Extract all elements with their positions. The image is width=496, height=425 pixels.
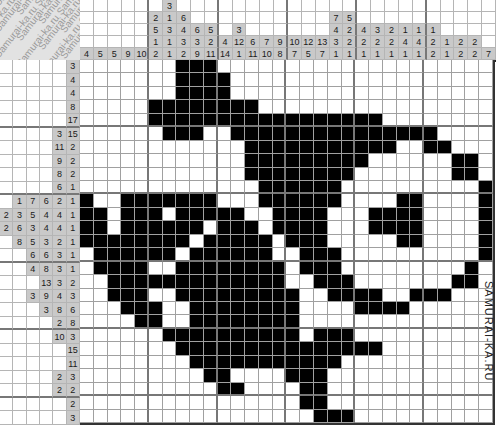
grid-cell[interactable] [286,396,300,409]
grid-cell[interactable] [383,302,397,315]
grid-cell[interactable] [342,329,356,342]
grid-cell[interactable] [190,168,204,181]
grid-cell[interactable] [479,154,493,167]
grid-cell[interactable] [149,396,163,409]
grid-cell[interactable] [300,342,314,355]
grid-cell[interactable] [273,73,287,86]
grid-cell[interactable] [424,73,438,86]
grid-cell[interactable] [204,114,218,127]
grid-cell[interactable] [300,221,314,234]
grid-cell[interactable] [259,235,273,248]
grid-cell[interactable] [369,73,383,86]
grid-cell[interactable] [410,289,424,302]
grid-cell[interactable] [231,289,245,302]
grid-cell[interactable] [369,383,383,396]
grid-cell[interactable] [273,342,287,355]
grid-cell[interactable] [383,141,397,154]
grid-cell[interactable] [108,329,122,342]
grid-cell[interactable] [314,383,328,396]
grid-cell[interactable] [218,342,232,355]
grid-cell[interactable] [108,302,122,315]
grid-cell[interactable] [397,329,411,342]
grid-cell[interactable] [479,141,493,154]
grid-cell[interactable] [259,302,273,315]
grid-cell[interactable] [121,289,135,302]
grid-cell[interactable] [163,289,177,302]
grid-cell[interactable] [479,127,493,140]
grid-cell[interactable] [204,181,218,194]
grid-cell[interactable] [465,410,479,423]
grid-cell[interactable] [231,208,245,221]
grid-cell[interactable] [314,100,328,113]
grid-cell[interactable] [135,248,149,261]
grid-cell[interactable] [218,73,232,86]
grid-cell[interactable] [176,141,190,154]
grid-cell[interactable] [397,100,411,113]
grid-cell[interactable] [300,127,314,140]
grid-cell[interactable] [94,289,108,302]
grid-cell[interactable] [342,154,356,167]
grid-cell[interactable] [397,87,411,100]
grid-cell[interactable] [149,208,163,221]
grid-cell[interactable] [328,396,342,409]
grid-cell[interactable] [300,356,314,369]
grid-cell[interactable] [108,221,122,234]
grid-cell[interactable] [383,114,397,127]
grid-cell[interactable] [231,383,245,396]
grid-cell[interactable] [135,329,149,342]
grid-cell[interactable] [452,235,466,248]
grid-cell[interactable] [108,114,122,127]
grid-cell[interactable] [410,114,424,127]
grid-cell[interactable] [355,383,369,396]
grid-cell[interactable] [94,262,108,275]
grid-cell[interactable] [355,356,369,369]
grid-cell[interactable] [121,127,135,140]
grid-cell[interactable] [273,100,287,113]
grid-cell[interactable] [424,87,438,100]
grid-cell[interactable] [163,100,177,113]
grid-cell[interactable] [80,60,94,73]
grid-cell[interactable] [286,154,300,167]
grid-cell[interactable] [204,100,218,113]
grid-cell[interactable] [342,262,356,275]
grid-cell[interactable] [314,248,328,261]
grid-cell[interactable] [452,410,466,423]
grid-cell[interactable] [94,410,108,423]
grid-cell[interactable] [259,154,273,167]
grid-cell[interactable] [369,181,383,194]
grid-cell[interactable] [355,221,369,234]
grid-cell[interactable] [259,60,273,73]
grid-cell[interactable] [383,127,397,140]
grid-cell[interactable] [286,60,300,73]
grid-cell[interactable] [108,383,122,396]
grid-cell[interactable] [286,275,300,288]
grid-cell[interactable] [355,208,369,221]
grid-cell[interactable] [121,329,135,342]
grid-cell[interactable] [163,396,177,409]
grid-cell[interactable] [300,194,314,207]
grid-cell[interactable] [176,315,190,328]
grid-cell[interactable] [121,235,135,248]
grid-cell[interactable] [438,168,452,181]
grid-cell[interactable] [176,208,190,221]
grid-cell[interactable] [190,194,204,207]
grid-cell[interactable] [135,181,149,194]
grid-cell[interactable] [273,410,287,423]
grid-cell[interactable] [465,235,479,248]
grid-cell[interactable] [300,329,314,342]
grid-cell[interactable] [190,396,204,409]
grid-cell[interactable] [259,127,273,140]
grid-cell[interactable] [286,100,300,113]
grid-cell[interactable] [94,396,108,409]
grid-cell[interactable] [204,396,218,409]
grid-cell[interactable] [163,127,177,140]
grid-cell[interactable] [479,410,493,423]
grid-cell[interactable] [218,410,232,423]
grid-cell[interactable] [80,329,94,342]
grid-cell[interactable] [190,87,204,100]
grid-cell[interactable] [314,342,328,355]
grid-cell[interactable] [190,289,204,302]
grid-cell[interactable] [410,329,424,342]
grid-cell[interactable] [135,275,149,288]
grid-cell[interactable] [286,221,300,234]
grid-cell[interactable] [452,315,466,328]
grid-cell[interactable] [259,369,273,382]
grid-cell[interactable] [314,114,328,127]
grid-cell[interactable] [204,248,218,261]
grid-cell[interactable] [218,87,232,100]
grid-cell[interactable] [94,356,108,369]
grid-cell[interactable] [218,302,232,315]
grid-cell[interactable] [259,275,273,288]
grid-cell[interactable] [369,410,383,423]
grid-cell[interactable] [342,141,356,154]
grid-cell[interactable] [424,289,438,302]
grid-cell[interactable] [355,315,369,328]
grid-cell[interactable] [314,262,328,275]
grid-cell[interactable] [149,410,163,423]
grid-cell[interactable] [204,141,218,154]
grid-cell[interactable] [342,315,356,328]
grid-cell[interactable] [452,181,466,194]
grid-cell[interactable] [383,168,397,181]
grid-cell[interactable] [410,73,424,86]
grid-cell[interactable] [176,168,190,181]
grid-cell[interactable] [135,127,149,140]
grid-cell[interactable] [176,194,190,207]
grid-cell[interactable] [342,275,356,288]
grid-cell[interactable] [218,369,232,382]
grid-cell[interactable] [355,369,369,382]
grid-cell[interactable] [342,208,356,221]
grid-cell[interactable] [369,221,383,234]
grid-cell[interactable] [204,262,218,275]
grid-cell[interactable] [383,248,397,261]
grid-cell[interactable] [465,275,479,288]
grid-cell[interactable] [245,410,259,423]
grid-cell[interactable] [245,114,259,127]
grid-cell[interactable] [383,369,397,382]
grid-cell[interactable] [94,100,108,113]
grid-cell[interactable] [108,194,122,207]
grid-cell[interactable] [204,154,218,167]
grid-cell[interactable] [190,356,204,369]
grid-cell[interactable] [397,356,411,369]
grid-cell[interactable] [121,410,135,423]
grid-cell[interactable] [355,114,369,127]
grid-cell[interactable] [259,289,273,302]
grid-cell[interactable] [465,396,479,409]
grid-cell[interactable] [465,154,479,167]
grid-cell[interactable] [149,60,163,73]
grid-cell[interactable] [369,342,383,355]
grid-cell[interactable] [286,127,300,140]
grid-cell[interactable] [94,60,108,73]
grid-cell[interactable] [204,221,218,234]
grid-cell[interactable] [452,127,466,140]
grid-cell[interactable] [369,127,383,140]
grid-cell[interactable] [163,114,177,127]
grid-cell[interactable] [259,329,273,342]
grid-cell[interactable] [80,369,94,382]
grid-cell[interactable] [94,248,108,261]
grid-cell[interactable] [135,87,149,100]
grid-cell[interactable] [94,342,108,355]
grid-cell[interactable] [259,410,273,423]
grid-cell[interactable] [176,383,190,396]
grid-cell[interactable] [452,168,466,181]
grid-cell[interactable] [163,342,177,355]
grid-cell[interactable] [424,275,438,288]
grid-cell[interactable] [135,100,149,113]
grid-cell[interactable] [273,60,287,73]
grid-cell[interactable] [314,141,328,154]
grid-cell[interactable] [176,396,190,409]
grid-cell[interactable] [424,262,438,275]
grid-cell[interactable] [286,356,300,369]
grid-cell[interactable] [286,329,300,342]
grid-cell[interactable] [80,221,94,234]
grid-cell[interactable] [135,396,149,409]
grid-cell[interactable] [479,208,493,221]
grid-cell[interactable] [163,221,177,234]
grid-cell[interactable] [80,262,94,275]
grid-cell[interactable] [259,396,273,409]
grid-cell[interactable] [328,221,342,234]
grid-cell[interactable] [163,262,177,275]
grid-cell[interactable] [383,100,397,113]
grid-cell[interactable] [190,275,204,288]
grid-cell[interactable] [424,369,438,382]
grid-cell[interactable] [108,154,122,167]
grid-cell[interactable] [231,181,245,194]
grid-cell[interactable] [397,127,411,140]
grid-cell[interactable] [94,181,108,194]
grid-cell[interactable] [383,73,397,86]
grid-cell[interactable] [424,396,438,409]
grid-cell[interactable] [176,248,190,261]
grid-cell[interactable] [94,315,108,328]
grid-cell[interactable] [204,315,218,328]
grid-cell[interactable] [369,114,383,127]
grid-cell[interactable] [286,194,300,207]
grid-cell[interactable] [438,275,452,288]
grid-cell[interactable] [314,73,328,86]
grid-cell[interactable] [259,342,273,355]
grid-cell[interactable] [300,100,314,113]
grid-cell[interactable] [135,168,149,181]
grid-cell[interactable] [245,235,259,248]
grid-cell[interactable] [410,208,424,221]
grid-cell[interactable] [300,369,314,382]
grid-cell[interactable] [465,127,479,140]
grid-cell[interactable] [94,73,108,86]
grid-cell[interactable] [273,302,287,315]
grid-cell[interactable] [465,342,479,355]
grid-cell[interactable] [190,342,204,355]
grid-cell[interactable] [369,262,383,275]
grid-cell[interactable] [149,127,163,140]
grid-cell[interactable] [328,87,342,100]
grid-cell[interactable] [286,410,300,423]
grid-cell[interactable] [314,275,328,288]
grid-cell[interactable] [135,356,149,369]
grid-cell[interactable] [190,73,204,86]
grid-cell[interactable] [410,369,424,382]
grid-cell[interactable] [121,396,135,409]
grid-cell[interactable] [383,289,397,302]
grid-cell[interactable] [149,329,163,342]
grid-cell[interactable] [135,60,149,73]
grid-cell[interactable] [465,168,479,181]
grid-cell[interactable] [80,248,94,261]
grid-cell[interactable] [231,342,245,355]
grid-cell[interactable] [204,73,218,86]
grid-cell[interactable] [94,154,108,167]
grid-cell[interactable] [465,248,479,261]
grid-cell[interactable] [108,315,122,328]
grid-cell[interactable] [286,315,300,328]
grid-cell[interactable] [479,73,493,86]
grid-cell[interactable] [149,154,163,167]
grid-cell[interactable] [424,410,438,423]
grid-cell[interactable] [176,154,190,167]
grid-cell[interactable] [80,87,94,100]
grid-cell[interactable] [149,275,163,288]
grid-cell[interactable] [121,87,135,100]
grid-cell[interactable] [438,208,452,221]
grid-cell[interactable] [149,383,163,396]
grid-cell[interactable] [314,235,328,248]
grid-cell[interactable] [369,168,383,181]
grid-cell[interactable] [355,275,369,288]
grid-cell[interactable] [424,302,438,315]
grid-cell[interactable] [108,181,122,194]
grid-cell[interactable] [355,194,369,207]
grid-cell[interactable] [355,302,369,315]
grid-cell[interactable] [397,194,411,207]
grid-cell[interactable] [328,289,342,302]
grid-cell[interactable] [397,235,411,248]
grid-cell[interactable] [383,342,397,355]
grid-cell[interactable] [438,289,452,302]
grid-cell[interactable] [465,208,479,221]
grid-cell[interactable] [300,262,314,275]
grid-cell[interactable] [342,369,356,382]
grid-cell[interactable] [286,302,300,315]
grid-cell[interactable] [231,262,245,275]
grid-cell[interactable] [328,262,342,275]
grid-cell[interactable] [245,315,259,328]
grid-cell[interactable] [328,127,342,140]
grid-cell[interactable] [438,141,452,154]
grid-cell[interactable] [190,141,204,154]
grid-cell[interactable] [479,87,493,100]
grid-cell[interactable] [369,60,383,73]
grid-cell[interactable] [94,275,108,288]
grid-cell[interactable] [273,262,287,275]
grid-cell[interactable] [300,396,314,409]
grid-cell[interactable] [190,329,204,342]
grid-cell[interactable] [383,235,397,248]
grid-cell[interactable] [121,168,135,181]
grid-cell[interactable] [245,302,259,315]
grid-cell[interactable] [410,194,424,207]
grid-cell[interactable] [204,302,218,315]
grid-cell[interactable] [397,114,411,127]
grid-cell[interactable] [121,315,135,328]
grid-cell[interactable] [245,369,259,382]
grid-cell[interactable] [383,181,397,194]
grid-cell[interactable] [80,275,94,288]
grid-cell[interactable] [452,289,466,302]
grid-cell[interactable] [218,154,232,167]
grid-cell[interactable] [273,194,287,207]
grid-cell[interactable] [438,396,452,409]
grid-cell[interactable] [342,127,356,140]
grid-cell[interactable] [245,73,259,86]
grid-cell[interactable] [479,60,493,73]
grid-cell[interactable] [176,262,190,275]
grid-cell[interactable] [452,275,466,288]
grid-cell[interactable] [259,168,273,181]
grid-cell[interactable] [204,168,218,181]
grid-cell[interactable] [149,262,163,275]
grid-cell[interactable] [397,302,411,315]
grid-cell[interactable] [383,208,397,221]
grid-cell[interactable] [94,141,108,154]
grid-cell[interactable] [218,168,232,181]
grid-cell[interactable] [452,154,466,167]
grid-cell[interactable] [328,168,342,181]
grid-cell[interactable] [286,208,300,221]
grid-cell[interactable] [149,356,163,369]
grid-cell[interactable] [273,396,287,409]
grid-cell[interactable] [190,100,204,113]
grid-cell[interactable] [397,342,411,355]
grid-cell[interactable] [218,248,232,261]
grid-cell[interactable] [465,60,479,73]
grid-cell[interactable] [108,289,122,302]
grid-cell[interactable] [259,356,273,369]
grid-cell[interactable] [259,194,273,207]
grid-cell[interactable] [424,248,438,261]
grid-cell[interactable] [149,181,163,194]
